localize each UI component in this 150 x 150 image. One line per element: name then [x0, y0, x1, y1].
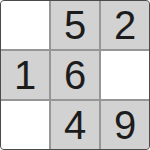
sudoku-cell-r2c2[interactable]: 6	[51, 51, 99, 99]
sudoku-cell-r1c2[interactable]: 5	[51, 1, 99, 49]
sudoku-cell-r1c3[interactable]: 2	[101, 1, 149, 49]
sudoku-cell-r1c1[interactable]	[1, 1, 49, 49]
sudoku-cell-r3c3[interactable]: 9	[101, 101, 149, 149]
sudoku-cell-r2c3[interactable]	[101, 51, 149, 99]
sudoku-cell-r2c1[interactable]: 1	[1, 51, 49, 99]
sudoku-cell-r3c2[interactable]: 4	[51, 101, 99, 149]
sudoku-cell-r3c1[interactable]	[1, 101, 49, 149]
sudoku-board: 5 2 1 6 4 9	[0, 0, 150, 150]
